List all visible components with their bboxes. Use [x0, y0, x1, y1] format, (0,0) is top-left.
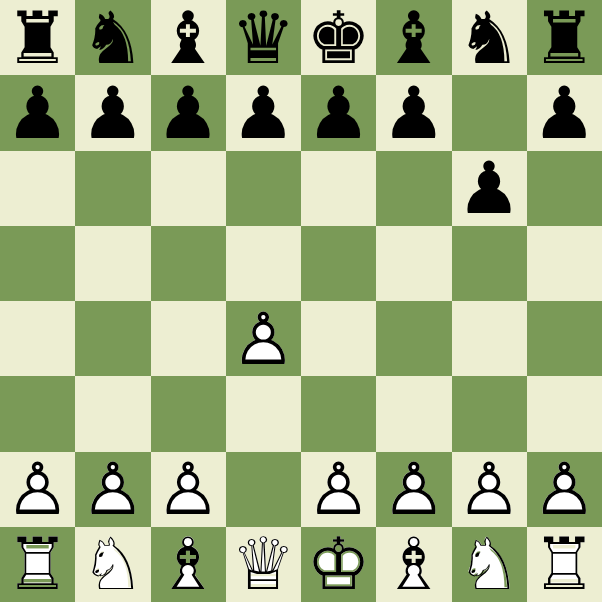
piece-white-pawn[interactable]: ♟♙: [528, 453, 600, 525]
square-h2[interactable]: ♟♙: [527, 452, 602, 527]
square-d8[interactable]: ♛: [226, 0, 301, 75]
black-rook-glyph: ♜: [5, 2, 70, 74]
square-b6[interactable]: [75, 151, 150, 226]
square-f7[interactable]: ♟: [376, 75, 451, 150]
piece-black-rook[interactable]: ♜: [528, 2, 600, 74]
white-bishop-glyph: ♗: [156, 528, 221, 600]
piece-black-pawn[interactable]: ♟: [378, 77, 450, 149]
white-queen-glyph: ♕: [231, 528, 296, 600]
white-bishop-glyph: ♗: [382, 528, 447, 600]
piece-black-pawn[interactable]: ♟: [453, 152, 525, 224]
piece-white-pawn[interactable]: ♟♙: [453, 453, 525, 525]
square-d7[interactable]: ♟: [226, 75, 301, 150]
piece-black-knight[interactable]: ♞: [453, 2, 525, 74]
square-h1[interactable]: ♜♖: [527, 527, 602, 602]
piece-black-bishop[interactable]: ♝: [378, 2, 450, 74]
black-rook-glyph: ♜: [532, 2, 597, 74]
white-pawn-glyph: ♙: [532, 453, 597, 525]
square-c3[interactable]: [151, 376, 226, 451]
square-f8[interactable]: ♝: [376, 0, 451, 75]
black-knight-glyph: ♞: [457, 2, 522, 74]
square-a4[interactable]: [0, 301, 75, 376]
piece-black-pawn[interactable]: ♟: [2, 77, 74, 149]
square-c8[interactable]: ♝: [151, 0, 226, 75]
piece-white-pawn[interactable]: ♟♙: [378, 453, 450, 525]
square-e3[interactable]: [301, 376, 376, 451]
piece-black-queen[interactable]: ♛: [227, 2, 299, 74]
square-h5[interactable]: [527, 226, 602, 301]
white-pawn-glyph: ♙: [156, 453, 221, 525]
square-f3[interactable]: [376, 376, 451, 451]
square-c2[interactable]: ♟♙: [151, 452, 226, 527]
piece-black-pawn[interactable]: ♟: [77, 77, 149, 149]
square-f5[interactable]: [376, 226, 451, 301]
square-f4[interactable]: [376, 301, 451, 376]
square-b5[interactable]: [75, 226, 150, 301]
piece-black-knight[interactable]: ♞: [77, 2, 149, 74]
white-king-glyph: ♔: [306, 528, 371, 600]
square-g7[interactable]: [452, 75, 527, 150]
square-h7[interactable]: ♟: [527, 75, 602, 150]
square-d4[interactable]: ♟♙: [226, 301, 301, 376]
chessboard: ♜♞♝♛♚♝♞♜♟♟♟♟♟♟♟♟♟♙♟♙♟♙♟♙♟♙♟♙♟♙♟♙♜♖♞♘♝♗♛♕…: [0, 0, 602, 602]
black-bishop-glyph: ♝: [382, 2, 447, 74]
square-e5[interactable]: [301, 226, 376, 301]
square-e4[interactable]: [301, 301, 376, 376]
square-e2[interactable]: ♟♙: [301, 452, 376, 527]
black-pawn-glyph: ♟: [457, 152, 522, 224]
square-a5[interactable]: [0, 226, 75, 301]
square-g4[interactable]: [452, 301, 527, 376]
white-pawn-glyph: ♙: [306, 453, 371, 525]
square-c4[interactable]: [151, 301, 226, 376]
square-d2[interactable]: [226, 452, 301, 527]
square-g1[interactable]: ♞♘: [452, 527, 527, 602]
square-h4[interactable]: [527, 301, 602, 376]
square-d5[interactable]: [226, 226, 301, 301]
piece-black-pawn[interactable]: ♟: [152, 77, 224, 149]
square-c6[interactable]: [151, 151, 226, 226]
piece-black-pawn[interactable]: ♟: [227, 77, 299, 149]
white-knight-glyph: ♘: [457, 528, 522, 600]
black-pawn-glyph: ♟: [5, 77, 70, 149]
white-rook-glyph: ♖: [5, 528, 70, 600]
piece-white-knight[interactable]: ♞♘: [77, 528, 149, 600]
black-pawn-glyph: ♟: [231, 77, 296, 149]
black-queen-glyph: ♛: [231, 2, 296, 74]
white-pawn-glyph: ♙: [457, 453, 522, 525]
square-f1[interactable]: ♝♗: [376, 527, 451, 602]
square-b2[interactable]: ♟♙: [75, 452, 150, 527]
square-a7[interactable]: ♟: [0, 75, 75, 150]
piece-white-knight[interactable]: ♞♘: [453, 528, 525, 600]
square-b8[interactable]: ♞: [75, 0, 150, 75]
square-a3[interactable]: [0, 376, 75, 451]
square-c5[interactable]: [151, 226, 226, 301]
black-pawn-glyph: ♟: [156, 77, 221, 149]
white-pawn-glyph: ♙: [382, 453, 447, 525]
square-h6[interactable]: [527, 151, 602, 226]
black-pawn-glyph: ♟: [382, 77, 447, 149]
square-b3[interactable]: [75, 376, 150, 451]
white-rook-glyph: ♖: [532, 528, 597, 600]
white-pawn-glyph: ♙: [81, 453, 146, 525]
black-pawn-glyph: ♟: [306, 77, 371, 149]
piece-white-rook[interactable]: ♜♖: [2, 528, 74, 600]
square-d3[interactable]: [226, 376, 301, 451]
square-h3[interactable]: [527, 376, 602, 451]
square-b7[interactable]: ♟: [75, 75, 150, 150]
square-g5[interactable]: [452, 226, 527, 301]
black-pawn-glyph: ♟: [532, 77, 597, 149]
square-e6[interactable]: [301, 151, 376, 226]
piece-white-rook[interactable]: ♜♖: [528, 528, 600, 600]
white-pawn-glyph: ♙: [5, 453, 70, 525]
square-d6[interactable]: [226, 151, 301, 226]
square-e8[interactable]: ♚: [301, 0, 376, 75]
square-a8[interactable]: ♜: [0, 0, 75, 75]
square-c1[interactable]: ♝♗: [151, 527, 226, 602]
square-d1[interactable]: ♛♕: [226, 527, 301, 602]
piece-white-bishop[interactable]: ♝♗: [378, 528, 450, 600]
piece-white-pawn[interactable]: ♟♙: [303, 453, 375, 525]
white-knight-glyph: ♘: [81, 528, 146, 600]
square-g3[interactable]: [452, 376, 527, 451]
piece-black-pawn[interactable]: ♟: [303, 77, 375, 149]
piece-white-queen[interactable]: ♛♕: [227, 528, 299, 600]
square-g2[interactable]: ♟♙: [452, 452, 527, 527]
black-king-glyph: ♚: [306, 2, 371, 74]
piece-black-pawn[interactable]: ♟: [528, 77, 600, 149]
square-g8[interactable]: ♞: [452, 0, 527, 75]
piece-white-pawn[interactable]: ♟♙: [227, 303, 299, 375]
square-a2[interactable]: ♟♙: [0, 452, 75, 527]
square-e1[interactable]: ♚♔: [301, 527, 376, 602]
square-g6[interactable]: ♟: [452, 151, 527, 226]
black-pawn-glyph: ♟: [81, 77, 146, 149]
piece-black-rook[interactable]: ♜: [2, 2, 74, 74]
square-h8[interactable]: ♜: [527, 0, 602, 75]
square-b1[interactable]: ♞♘: [75, 527, 150, 602]
white-pawn-glyph: ♙: [231, 303, 296, 375]
piece-white-king[interactable]: ♚♔: [303, 528, 375, 600]
piece-white-pawn[interactable]: ♟♙: [77, 453, 149, 525]
piece-black-king[interactable]: ♚: [303, 2, 375, 74]
piece-white-pawn[interactable]: ♟♙: [2, 453, 74, 525]
square-c7[interactable]: ♟: [151, 75, 226, 150]
square-b4[interactable]: [75, 301, 150, 376]
black-knight-glyph: ♞: [81, 2, 146, 74]
square-a6[interactable]: [0, 151, 75, 226]
square-f6[interactable]: [376, 151, 451, 226]
square-e7[interactable]: ♟: [301, 75, 376, 150]
square-f2[interactable]: ♟♙: [376, 452, 451, 527]
piece-white-pawn[interactable]: ♟♙: [152, 453, 224, 525]
black-bishop-glyph: ♝: [156, 2, 221, 74]
piece-black-bishop[interactable]: ♝: [152, 2, 224, 74]
piece-white-bishop[interactable]: ♝♗: [152, 528, 224, 600]
square-a1[interactable]: ♜♖: [0, 527, 75, 602]
